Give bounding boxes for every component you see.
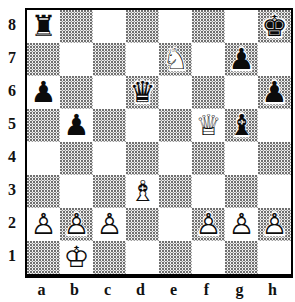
rank-label-4: 4 xyxy=(0,140,24,173)
square-h6[interactable]: ♟♟ xyxy=(258,76,291,109)
square-f2[interactable]: ♟♙ xyxy=(192,208,225,241)
square-f8[interactable] xyxy=(192,10,225,43)
square-b2[interactable]: ♟♙ xyxy=(60,208,93,241)
piece-black-bishop[interactable]: ♝♝ xyxy=(225,109,258,142)
file-label-c: c xyxy=(91,280,124,300)
file-label-f: f xyxy=(190,280,223,300)
file-label-h: h xyxy=(256,280,289,300)
chess-diagram: 87654321 ♜♜♚♚♞♘♟♟♟♟♛♛♟♟♟♟♛♕♝♝♝♗♟♙♟♙♟♙♟♙♟… xyxy=(0,0,295,302)
piece-white-queen[interactable]: ♛♕ xyxy=(192,109,225,142)
square-e3[interactable] xyxy=(159,175,192,208)
square-f4[interactable] xyxy=(192,142,225,175)
square-d7[interactable] xyxy=(126,43,159,76)
square-c1[interactable] xyxy=(93,241,126,274)
square-g5[interactable]: ♝♝ xyxy=(225,109,258,142)
rank-label-2: 2 xyxy=(0,206,24,239)
square-a3[interactable] xyxy=(27,175,60,208)
square-c8[interactable] xyxy=(93,10,126,43)
piece-glyph: ♕ xyxy=(192,109,225,142)
rank-label-1: 1 xyxy=(0,239,24,272)
piece-halo: ♟ xyxy=(90,205,128,243)
piece-glyph: ♝ xyxy=(225,109,258,142)
square-a6[interactable]: ♟♟ xyxy=(27,76,60,109)
square-b7[interactable] xyxy=(60,43,93,76)
piece-halo: ♛ xyxy=(189,106,227,144)
square-d4[interactable] xyxy=(126,142,159,175)
square-b1[interactable]: ♚♔ xyxy=(60,241,93,274)
piece-glyph: ♟ xyxy=(258,76,291,109)
square-b8[interactable] xyxy=(60,10,93,43)
square-c7[interactable] xyxy=(93,43,126,76)
square-f3[interactable] xyxy=(192,175,225,208)
piece-white-pawn[interactable]: ♟♙ xyxy=(93,208,126,241)
piece-black-king[interactable]: ♚♚ xyxy=(258,10,291,43)
square-e8[interactable] xyxy=(159,10,192,43)
piece-white-knight[interactable]: ♞♘ xyxy=(159,43,192,76)
piece-glyph: ♙ xyxy=(93,208,126,241)
piece-halo: ♟ xyxy=(255,205,293,243)
square-f6[interactable] xyxy=(192,76,225,109)
square-d6[interactable]: ♛♛ xyxy=(126,76,159,109)
square-g8[interactable] xyxy=(225,10,258,43)
square-h3[interactable] xyxy=(258,175,291,208)
piece-glyph: ♟ xyxy=(60,109,93,142)
chess-board: ♜♜♚♚♞♘♟♟♟♟♛♛♟♟♟♟♛♕♝♝♝♗♟♙♟♙♟♙♟♙♟♙♟♙♚♔ xyxy=(25,8,293,278)
square-g7[interactable]: ♟♟ xyxy=(225,43,258,76)
square-d5[interactable] xyxy=(126,109,159,142)
piece-glyph: ♔ xyxy=(60,241,93,274)
piece-black-pawn[interactable]: ♟♟ xyxy=(225,43,258,76)
square-h2[interactable]: ♟♙ xyxy=(258,208,291,241)
square-d8[interactable] xyxy=(126,10,159,43)
square-d3[interactable]: ♝♗ xyxy=(126,175,159,208)
square-f7[interactable] xyxy=(192,43,225,76)
piece-halo: ♟ xyxy=(255,73,293,111)
piece-halo: ♟ xyxy=(57,106,95,144)
piece-white-pawn[interactable]: ♟♙ xyxy=(225,208,258,241)
rank-labels: 87654321 xyxy=(0,8,24,272)
square-h7[interactable] xyxy=(258,43,291,76)
piece-halo: ♚ xyxy=(57,238,95,276)
piece-glyph: ♚ xyxy=(258,10,291,43)
square-f5[interactable]: ♛♕ xyxy=(192,109,225,142)
square-c4[interactable] xyxy=(93,142,126,175)
piece-white-pawn[interactable]: ♟♙ xyxy=(60,208,93,241)
square-b6[interactable] xyxy=(60,76,93,109)
piece-glyph: ♘ xyxy=(159,43,192,76)
square-e4[interactable] xyxy=(159,142,192,175)
rank-label-6: 6 xyxy=(0,74,24,107)
square-g6[interactable] xyxy=(225,76,258,109)
square-h4[interactable] xyxy=(258,142,291,175)
file-labels: abcdefgh xyxy=(25,280,293,300)
square-e1[interactable] xyxy=(159,241,192,274)
piece-halo: ♟ xyxy=(189,205,227,243)
piece-glyph: ♗ xyxy=(126,175,159,208)
rank-label-5: 5 xyxy=(0,107,24,140)
piece-halo: ♚ xyxy=(255,7,293,45)
square-a2[interactable]: ♟♙ xyxy=(27,208,60,241)
piece-white-king[interactable]: ♚♔ xyxy=(60,241,93,274)
square-c3[interactable] xyxy=(93,175,126,208)
piece-halo: ♞ xyxy=(156,40,194,78)
square-c5[interactable] xyxy=(93,109,126,142)
square-g3[interactable] xyxy=(225,175,258,208)
file-label-a: a xyxy=(25,280,58,300)
square-a5[interactable] xyxy=(27,109,60,142)
square-g4[interactable] xyxy=(225,142,258,175)
square-e5[interactable] xyxy=(159,109,192,142)
piece-halo: ♛ xyxy=(123,73,161,111)
square-a4[interactable] xyxy=(27,142,60,175)
square-a8[interactable]: ♜♜ xyxy=(27,10,60,43)
square-c6[interactable] xyxy=(93,76,126,109)
piece-glyph: ♜ xyxy=(27,10,60,43)
piece-black-rook[interactable]: ♜♜ xyxy=(27,10,60,43)
square-e2[interactable] xyxy=(159,208,192,241)
square-f1[interactable] xyxy=(192,241,225,274)
piece-halo: ♟ xyxy=(57,205,95,243)
square-e7[interactable]: ♞♘ xyxy=(159,43,192,76)
piece-glyph: ♙ xyxy=(60,208,93,241)
piece-black-pawn[interactable]: ♟♟ xyxy=(258,76,291,109)
square-h5[interactable] xyxy=(258,109,291,142)
square-h8[interactable]: ♚♚ xyxy=(258,10,291,43)
rank-label-3: 3 xyxy=(0,173,24,206)
piece-glyph: ♟ xyxy=(27,76,60,109)
file-label-d: d xyxy=(124,280,157,300)
piece-white-bishop[interactable]: ♝♗ xyxy=(126,175,159,208)
file-label-g: g xyxy=(223,280,256,300)
piece-glyph: ♙ xyxy=(192,208,225,241)
piece-glyph: ♙ xyxy=(225,208,258,241)
rank-label-7: 7 xyxy=(0,41,24,74)
square-h1[interactable] xyxy=(258,241,291,274)
piece-halo: ♟ xyxy=(24,205,62,243)
piece-glyph: ♟ xyxy=(225,43,258,76)
piece-white-pawn[interactable]: ♟♙ xyxy=(192,208,225,241)
piece-halo: ♜ xyxy=(24,7,62,45)
piece-black-queen[interactable]: ♛♛ xyxy=(126,76,159,109)
square-g2[interactable]: ♟♙ xyxy=(225,208,258,241)
file-label-e: e xyxy=(157,280,190,300)
piece-white-pawn[interactable]: ♟♙ xyxy=(27,208,60,241)
square-e6[interactable] xyxy=(159,76,192,109)
piece-black-pawn[interactable]: ♟♟ xyxy=(27,76,60,109)
piece-halo: ♟ xyxy=(24,73,62,111)
rank-label-8: 8 xyxy=(0,8,24,41)
file-label-b: b xyxy=(58,280,91,300)
piece-glyph: ♛ xyxy=(126,76,159,109)
square-b3[interactable] xyxy=(60,175,93,208)
square-a1[interactable] xyxy=(27,241,60,274)
square-b5[interactable]: ♟♟ xyxy=(60,109,93,142)
square-g1[interactable] xyxy=(225,241,258,274)
piece-halo: ♝ xyxy=(222,106,260,144)
piece-glyph: ♙ xyxy=(27,208,60,241)
piece-halo: ♝ xyxy=(123,172,161,210)
square-a7[interactable] xyxy=(27,43,60,76)
square-d1[interactable] xyxy=(126,241,159,274)
square-c2[interactable]: ♟♙ xyxy=(93,208,126,241)
piece-halo: ♟ xyxy=(222,40,260,78)
piece-halo: ♟ xyxy=(222,205,260,243)
square-b4[interactable] xyxy=(60,142,93,175)
square-d2[interactable] xyxy=(126,208,159,241)
piece-white-pawn[interactable]: ♟♙ xyxy=(258,208,291,241)
piece-glyph: ♙ xyxy=(258,208,291,241)
piece-black-pawn[interactable]: ♟♟ xyxy=(60,109,93,142)
